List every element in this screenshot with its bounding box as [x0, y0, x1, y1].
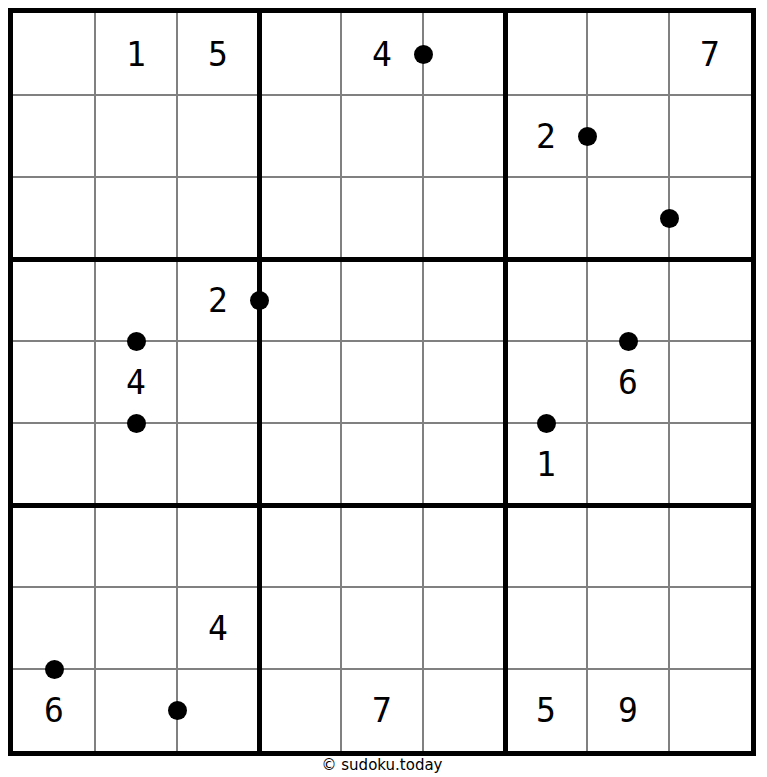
sudoku-cell-r2c3[interactable]: [177, 95, 259, 177]
sudoku-cell-r1c1[interactable]: [13, 13, 95, 95]
sudoku-cell-r1c5[interactable]: 4: [341, 13, 423, 95]
sudoku-cell-r9c6[interactable]: [423, 669, 505, 751]
sudoku-cell-r1c9[interactable]: 7: [669, 13, 751, 95]
sudoku-cell-r9c8[interactable]: 9: [587, 669, 669, 751]
sudoku-cell-r2c2[interactable]: [95, 95, 177, 177]
kropki-dot: [619, 332, 638, 351]
sudoku-cell-r9c4[interactable]: [259, 669, 341, 751]
sudoku-cell-r1c8[interactable]: [587, 13, 669, 95]
sudoku-cell-r9c5[interactable]: 7: [341, 669, 423, 751]
sudoku-cell-r3c8[interactable]: [587, 177, 669, 259]
sudoku-cell-r4c5[interactable]: [341, 259, 423, 341]
kropki-dot: [45, 660, 64, 679]
sudoku-cell-r6c5[interactable]: [341, 423, 423, 505]
sudoku-cell-r9c7[interactable]: 5: [505, 669, 587, 751]
sudoku-cell-r7c6[interactable]: [423, 505, 505, 587]
given-digit: 4: [208, 612, 228, 645]
sudoku-cell-r6c8[interactable]: [587, 423, 669, 505]
sudoku-cell-r8c7[interactable]: [505, 587, 587, 669]
given-digit: 1: [536, 448, 556, 481]
sudoku-cell-r7c4[interactable]: [259, 505, 341, 587]
sudoku-cell-r4c3[interactable]: 2: [177, 259, 259, 341]
sudoku-cell-r3c6[interactable]: [423, 177, 505, 259]
kropki-dot: [127, 332, 146, 351]
sudoku-cell-r3c4[interactable]: [259, 177, 341, 259]
sudoku-cell-r1c2[interactable]: 1: [95, 13, 177, 95]
sudoku-cell-r7c8[interactable]: [587, 505, 669, 587]
sudoku-cell-r5c4[interactable]: [259, 341, 341, 423]
sudoku-cell-r1c4[interactable]: [259, 13, 341, 95]
sudoku-cell-r8c8[interactable]: [587, 587, 669, 669]
sudoku-cell-r4c1[interactable]: [13, 259, 95, 341]
sudoku-cell-r3c3[interactable]: [177, 177, 259, 259]
sudoku-cell-r5c9[interactable]: [669, 341, 751, 423]
given-digit: 7: [372, 694, 392, 727]
given-digit: 2: [208, 284, 228, 317]
sudoku-cell-r7c9[interactable]: [669, 505, 751, 587]
kropki-dot: [578, 127, 597, 146]
sudoku-cell-r3c1[interactable]: [13, 177, 95, 259]
sudoku-cell-r9c1[interactable]: 6: [13, 669, 95, 751]
sudoku-page: 15472246146759 © sudoku.today: [0, 0, 767, 777]
sudoku-cell-r7c7[interactable]: [505, 505, 587, 587]
given-digit: 1: [126, 38, 146, 71]
sudoku-cell-r7c5[interactable]: [341, 505, 423, 587]
sudoku-cell-r2c4[interactable]: [259, 95, 341, 177]
kropki-dot: [537, 414, 556, 433]
sudoku-cell-r2c1[interactable]: [13, 95, 95, 177]
sudoku-cell-r2c7[interactable]: 2: [505, 95, 587, 177]
given-digit: 6: [44, 694, 64, 727]
sudoku-cell-r6c3[interactable]: [177, 423, 259, 505]
kropki-dot: [250, 291, 269, 310]
sudoku-cell-r4c4[interactable]: [259, 259, 341, 341]
sudoku-cell-r6c6[interactable]: [423, 423, 505, 505]
sudoku-cell-r2c9[interactable]: [669, 95, 751, 177]
given-digit: 5: [536, 694, 556, 727]
given-digit: 4: [126, 366, 146, 399]
sudoku-cell-r7c2[interactable]: [95, 505, 177, 587]
sudoku-cell-r5c5[interactable]: [341, 341, 423, 423]
sudoku-cell-r9c9[interactable]: [669, 669, 751, 751]
sudoku-cell-r8c4[interactable]: [259, 587, 341, 669]
sudoku-cell-r3c2[interactable]: [95, 177, 177, 259]
given-digit: 2: [536, 120, 556, 153]
sudoku-cell-r4c9[interactable]: [669, 259, 751, 341]
kropki-dot: [127, 414, 146, 433]
sudoku-cell-r8c3[interactable]: 4: [177, 587, 259, 669]
sudoku-cell-r6c7[interactable]: 1: [505, 423, 587, 505]
sudoku-cell-r9c2[interactable]: [95, 669, 177, 751]
sudoku-cell-r3c7[interactable]: [505, 177, 587, 259]
given-digit: 5: [208, 38, 228, 71]
sudoku-cell-r5c1[interactable]: [13, 341, 95, 423]
kropki-dot: [414, 45, 433, 64]
kropki-dot: [660, 209, 679, 228]
given-digit: 4: [372, 38, 392, 71]
given-digit: 7: [700, 38, 720, 71]
sudoku-cell-r9c3[interactable]: [177, 669, 259, 751]
sudoku-cell-r8c2[interactable]: [95, 587, 177, 669]
sudoku-cell-r6c4[interactable]: [259, 423, 341, 505]
sudoku-cell-r5c2[interactable]: 4: [95, 341, 177, 423]
sudoku-cell-r1c3[interactable]: 5: [177, 13, 259, 95]
sudoku-cell-r5c7[interactable]: [505, 341, 587, 423]
sudoku-cell-r2c8[interactable]: [587, 95, 669, 177]
sudoku-cell-r3c9[interactable]: [669, 177, 751, 259]
sudoku-cell-r8c9[interactable]: [669, 587, 751, 669]
sudoku-cell-r4c2[interactable]: [95, 259, 177, 341]
sudoku-cell-r5c6[interactable]: [423, 341, 505, 423]
copyright-footer: © sudoku.today: [8, 756, 756, 774]
sudoku-cell-r5c3[interactable]: [177, 341, 259, 423]
sudoku-cell-r8c1[interactable]: [13, 587, 95, 669]
sudoku-cell-r3c5[interactable]: [341, 177, 423, 259]
sudoku-cell-r7c1[interactable]: [13, 505, 95, 587]
sudoku-cell-r6c1[interactable]: [13, 423, 95, 505]
given-digit: 9: [618, 694, 638, 727]
sudoku-cell-r6c2[interactable]: [95, 423, 177, 505]
sudoku-cell-r4c6[interactable]: [423, 259, 505, 341]
sudoku-cell-r1c6[interactable]: [423, 13, 505, 95]
sudoku-cell-r4c7[interactable]: [505, 259, 587, 341]
sudoku-cell-r4c8[interactable]: [587, 259, 669, 341]
sudoku-cell-r6c9[interactable]: [669, 423, 751, 505]
sudoku-cell-r5c8[interactable]: 6: [587, 341, 669, 423]
given-digit: 6: [618, 366, 638, 399]
sudoku-cell-r1c7[interactable]: [505, 13, 587, 95]
sudoku-cell-r8c6[interactable]: [423, 587, 505, 669]
sudoku-cell-r2c5[interactable]: [341, 95, 423, 177]
kropki-dot: [168, 701, 187, 720]
sudoku-cell-r8c5[interactable]: [341, 587, 423, 669]
sudoku-cell-r2c6[interactable]: [423, 95, 505, 177]
sudoku-cell-r7c3[interactable]: [177, 505, 259, 587]
sudoku-board: 15472246146759: [8, 8, 756, 756]
